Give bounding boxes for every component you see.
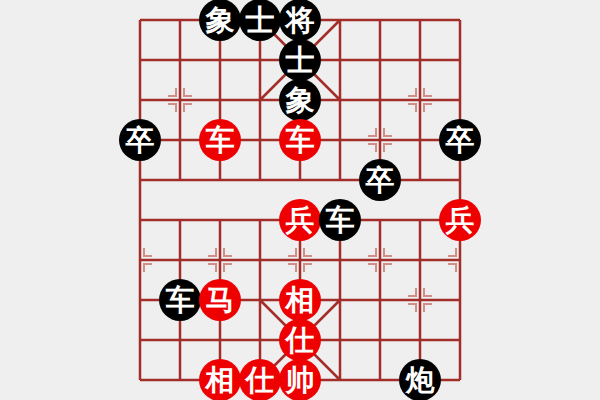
piece-red-horse[interactable]: 马	[199, 279, 241, 321]
piece-black-soldier[interactable]: 卒	[439, 119, 481, 161]
piece-black-advisor[interactable]: 士	[239, 0, 281, 41]
piece-black-elephant[interactable]: 象	[279, 79, 321, 121]
piece-black-advisor[interactable]: 士	[279, 39, 321, 81]
piece-red-soldier[interactable]: 兵	[439, 199, 481, 241]
piece-red-chariot[interactable]: 车	[279, 119, 321, 161]
piece-red-elephant[interactable]: 相	[199, 359, 241, 400]
piece-black-chariot[interactable]: 车	[159, 279, 201, 321]
piece-red-elephant[interactable]: 相	[279, 279, 321, 321]
piece-red-chariot[interactable]: 车	[199, 119, 241, 161]
piece-red-soldier[interactable]: 兵	[279, 199, 321, 241]
piece-red-advisor[interactable]: 仕	[239, 359, 281, 400]
piece-black-soldier[interactable]: 卒	[119, 119, 161, 161]
piece-red-advisor[interactable]: 仕	[279, 319, 321, 361]
piece-black-general[interactable]: 将	[279, 0, 321, 41]
piece-black-cannon[interactable]: 炮	[399, 359, 441, 400]
piece-black-chariot[interactable]: 车	[319, 199, 361, 241]
piece-red-general[interactable]: 帅	[279, 359, 321, 400]
xiangqi-screen: 象士将士象卒车车卒卒兵车兵车马相仕相仕帅炮	[0, 0, 600, 400]
board-grid[interactable]: 象士将士象卒车车卒卒兵车兵车马相仕相仕帅炮	[120, 0, 480, 400]
piece-black-elephant[interactable]: 象	[199, 0, 241, 41]
piece-black-soldier[interactable]: 卒	[359, 159, 401, 201]
